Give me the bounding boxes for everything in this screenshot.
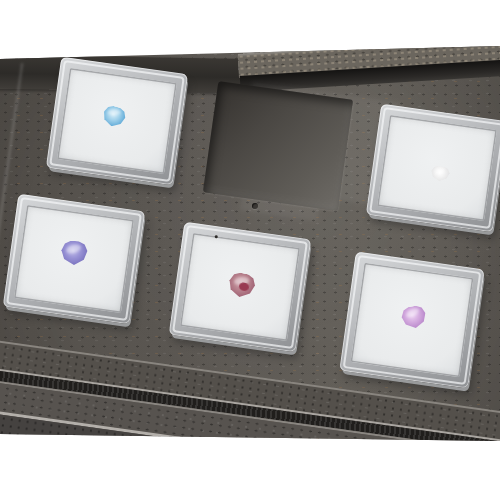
- gem-facet-sparkle: [404, 307, 419, 320]
- gemstone-tray-photo: Overhead photo of a dark textured presen…: [0, 0, 500, 500]
- violet-blue-gem-case: [3, 194, 146, 325]
- light-blue-gem-case: [46, 57, 188, 186]
- lavender-pink-gem-case: [339, 252, 484, 389]
- colorless-gem-case: [366, 104, 500, 233]
- gem-color-core: [238, 282, 249, 292]
- gem-case-tray: [0, 0, 500, 500]
- gem-facet-sparkle: [434, 167, 445, 174]
- empty-slot-recess: [203, 81, 353, 211]
- tray-dot: [252, 203, 258, 209]
- gem-facet-sparkle: [107, 109, 120, 116]
- pinkish-red-gem-case: [169, 222, 312, 353]
- gem-facet-sparkle: [65, 243, 81, 254]
